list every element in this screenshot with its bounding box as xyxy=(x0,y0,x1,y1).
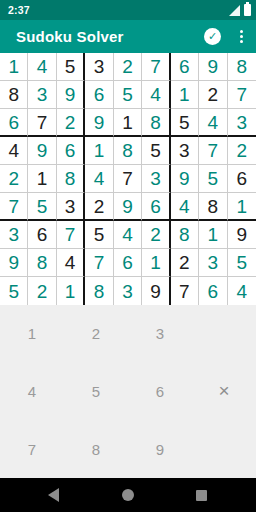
cell-r1c2[interactable]: 4 xyxy=(28,53,56,81)
digit-button-3[interactable]: 3 xyxy=(128,305,192,363)
cell-r9c7[interactable]: 7 xyxy=(171,277,199,305)
cell-r4c4[interactable]: 1 xyxy=(85,137,113,165)
cell-r1c8[interactable]: 9 xyxy=(199,53,227,81)
menu-dot xyxy=(240,30,243,33)
digit-button-2[interactable]: 2 xyxy=(64,305,128,363)
cell-r8c2[interactable]: 8 xyxy=(28,249,56,277)
cell-r6c5[interactable]: 9 xyxy=(114,193,142,221)
cell-r9c3[interactable]: 1 xyxy=(57,277,85,305)
digit-button-5[interactable]: 5 xyxy=(64,363,128,421)
cell-r3c3[interactable]: 2 xyxy=(57,109,85,137)
status-bar: 2:37 xyxy=(0,0,256,20)
cell-r1c6[interactable]: 7 xyxy=(142,53,170,81)
cell-r1c4[interactable]: 3 xyxy=(85,53,113,81)
cell-r3c4[interactable]: 9 xyxy=(85,109,113,137)
keypad-spacer xyxy=(192,305,256,363)
cell-r5c6[interactable]: 3 xyxy=(142,165,170,193)
cell-r5c7[interactable]: 9 xyxy=(171,165,199,193)
status-icons xyxy=(229,4,251,16)
cell-r2c4[interactable]: 6 xyxy=(85,81,113,109)
digit-button-9[interactable]: 9 xyxy=(128,420,192,478)
overflow-menu-button[interactable] xyxy=(238,28,245,45)
cell-r1c7[interactable]: 6 xyxy=(171,53,199,81)
cell-r2c2[interactable]: 3 xyxy=(28,81,56,109)
cell-r8c9[interactable]: 5 xyxy=(228,249,256,277)
digit-button-4[interactable]: 4 xyxy=(0,363,64,421)
cell-r4c1[interactable]: 4 xyxy=(0,137,28,165)
home-icon[interactable] xyxy=(122,489,134,501)
cell-r3c8[interactable]: 4 xyxy=(199,109,227,137)
cell-r1c5[interactable]: 2 xyxy=(114,53,142,81)
cell-r2c1[interactable]: 8 xyxy=(0,81,28,109)
cell-r4c3[interactable]: 6 xyxy=(57,137,85,165)
cell-r6c6[interactable]: 6 xyxy=(142,193,170,221)
app-bar: Sudoku Solver ✓ xyxy=(0,20,256,53)
cell-r4c6[interactable]: 5 xyxy=(142,137,170,165)
cell-r8c6[interactable]: 1 xyxy=(142,249,170,277)
menu-dot xyxy=(240,40,243,43)
cell-r8c4[interactable]: 7 xyxy=(85,249,113,277)
cell-r9c2[interactable]: 2 xyxy=(28,277,56,305)
cell-r2c3[interactable]: 9 xyxy=(57,81,85,109)
cell-r9c9[interactable]: 4 xyxy=(228,277,256,305)
cell-r4c7[interactable]: 3 xyxy=(171,137,199,165)
cell-r7c1[interactable]: 3 xyxy=(0,221,28,249)
cell-r1c1[interactable]: 1 xyxy=(0,53,28,81)
cell-r2c8[interactable]: 2 xyxy=(199,81,227,109)
cell-r3c6[interactable]: 8 xyxy=(142,109,170,137)
cell-r3c7[interactable]: 5 xyxy=(171,109,199,137)
cell-r7c3[interactable]: 7 xyxy=(57,221,85,249)
keypad-spacer xyxy=(192,420,256,478)
cell-r9c4[interactable]: 8 xyxy=(85,277,113,305)
digit-button-7[interactable]: 7 xyxy=(0,420,64,478)
solve-check-button[interactable]: ✓ xyxy=(204,28,221,45)
cell-r8c3[interactable]: 4 xyxy=(57,249,85,277)
cell-r3c9[interactable]: 3 xyxy=(228,109,256,137)
check-icon: ✓ xyxy=(208,30,217,43)
cell-r9c6[interactable]: 9 xyxy=(142,277,170,305)
cell-r4c2[interactable]: 9 xyxy=(28,137,56,165)
page-title: Sudoku Solver xyxy=(16,28,204,45)
android-nav-bar xyxy=(0,478,256,512)
cell-r5c3[interactable]: 8 xyxy=(57,165,85,193)
recents-icon[interactable] xyxy=(196,490,207,501)
cell-r6c2[interactable]: 5 xyxy=(28,193,56,221)
cell-r3c2[interactable]: 7 xyxy=(28,109,56,137)
digit-button-6[interactable]: 6 xyxy=(128,363,192,421)
cell-r3c5[interactable]: 1 xyxy=(114,109,142,137)
cell-r4c9[interactable]: 2 xyxy=(228,137,256,165)
battery-icon xyxy=(244,4,251,16)
cell-r9c8[interactable]: 6 xyxy=(199,277,227,305)
cell-r7c7[interactable]: 8 xyxy=(171,221,199,249)
cell-r8c7[interactable]: 2 xyxy=(171,249,199,277)
cell-r5c1[interactable]: 2 xyxy=(0,165,28,193)
cell-r2c5[interactable]: 5 xyxy=(114,81,142,109)
cell-r7c2[interactable]: 6 xyxy=(28,221,56,249)
cell-r3c1[interactable]: 6 xyxy=(0,109,28,137)
cell-r5c9[interactable]: 6 xyxy=(228,165,256,193)
cell-r7c6[interactable]: 2 xyxy=(142,221,170,249)
cell-r5c8[interactable]: 5 xyxy=(199,165,227,193)
back-icon[interactable] xyxy=(48,488,59,502)
cell-r4c8[interactable]: 7 xyxy=(199,137,227,165)
digit-button-1[interactable]: 1 xyxy=(0,305,64,363)
cell-r5c4[interactable]: 4 xyxy=(85,165,113,193)
cell-r6c1[interactable]: 7 xyxy=(0,193,28,221)
cell-r8c5[interactable]: 6 xyxy=(114,249,142,277)
cell-r5c5[interactable]: 7 xyxy=(114,165,142,193)
cell-r7c9[interactable]: 9 xyxy=(228,221,256,249)
menu-dot xyxy=(240,35,243,38)
cell-r8c8[interactable]: 3 xyxy=(199,249,227,277)
cell-r8c1[interactable]: 9 xyxy=(0,249,28,277)
cell-r5c2[interactable]: 1 xyxy=(28,165,56,193)
sudoku-grid: 1453276988396541276729185434961853722184… xyxy=(0,53,256,305)
cell-r9c5[interactable]: 3 xyxy=(114,277,142,305)
cell-r7c5[interactable]: 4 xyxy=(114,221,142,249)
cell-r6c3[interactable]: 3 xyxy=(57,193,85,221)
cell-r1c9[interactable]: 8 xyxy=(228,53,256,81)
digit-button-8[interactable]: 8 xyxy=(64,420,128,478)
cell-r6c4[interactable]: 2 xyxy=(85,193,113,221)
cell-r4c5[interactable]: 8 xyxy=(114,137,142,165)
cell-r6c8[interactable]: 8 xyxy=(199,193,227,221)
clear-button[interactable]: × xyxy=(192,363,256,421)
clock: 2:37 xyxy=(8,4,30,16)
cell-r6c7[interactable]: 4 xyxy=(171,193,199,221)
cell-r7c4[interactable]: 5 xyxy=(85,221,113,249)
cell-r9c1[interactable]: 5 xyxy=(0,277,28,305)
cell-r2c9[interactable]: 7 xyxy=(228,81,256,109)
number-keypad: 123456×789 xyxy=(0,305,256,478)
cell-r2c6[interactable]: 4 xyxy=(142,81,170,109)
signal-icon xyxy=(229,5,240,16)
cell-r1c3[interactable]: 5 xyxy=(57,53,85,81)
cell-r7c8[interactable]: 1 xyxy=(199,221,227,249)
cell-r2c7[interactable]: 1 xyxy=(171,81,199,109)
cell-r6c9[interactable]: 1 xyxy=(228,193,256,221)
